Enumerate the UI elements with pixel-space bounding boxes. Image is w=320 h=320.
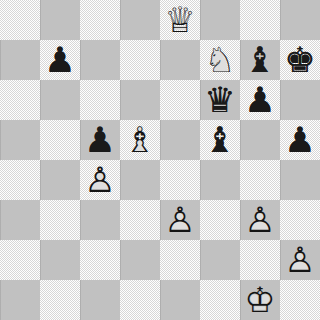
square-h5[interactable]: ♟♟ xyxy=(280,120,320,160)
square-a3[interactable] xyxy=(0,200,40,240)
black-bishop-outline: ♝ xyxy=(240,40,280,80)
square-b5[interactable] xyxy=(40,120,80,160)
chess-board: ♛♕♟♟♞♘♝♝♚♚♛♛♟♟♟♟♝♗♝♝♟♟♟♙♟♙♟♙♟♙♚♔ xyxy=(0,0,320,320)
white-king-outline: ♔ xyxy=(240,280,280,320)
square-f1[interactable] xyxy=(200,280,240,320)
square-a4[interactable] xyxy=(0,160,40,200)
white-pawn-outline: ♙ xyxy=(80,160,120,200)
square-e4[interactable] xyxy=(160,160,200,200)
square-b7[interactable]: ♟♟ xyxy=(40,40,80,80)
square-g6[interactable]: ♟♟ xyxy=(240,80,280,120)
square-e5[interactable] xyxy=(160,120,200,160)
square-a1[interactable] xyxy=(0,280,40,320)
square-e8[interactable]: ♛♕ xyxy=(160,0,200,40)
square-d4[interactable] xyxy=(120,160,160,200)
square-f8[interactable] xyxy=(200,0,240,40)
square-b4[interactable] xyxy=(40,160,80,200)
square-g2[interactable] xyxy=(240,240,280,280)
square-h2[interactable]: ♟♙ xyxy=(280,240,320,280)
white-pawn-outline: ♙ xyxy=(280,240,320,280)
square-h4[interactable] xyxy=(280,160,320,200)
square-c3[interactable] xyxy=(80,200,120,240)
square-b8[interactable] xyxy=(40,0,80,40)
white-queen-icon[interactable]: ♛♕ xyxy=(160,0,200,40)
white-queen-outline: ♕ xyxy=(160,0,200,40)
black-pawn-icon[interactable]: ♟♟ xyxy=(240,80,280,120)
square-c2[interactable] xyxy=(80,240,120,280)
square-f3[interactable] xyxy=(200,200,240,240)
square-b3[interactable] xyxy=(40,200,80,240)
square-a7[interactable] xyxy=(0,40,40,80)
square-g1[interactable]: ♚♔ xyxy=(240,280,280,320)
square-a6[interactable] xyxy=(0,80,40,120)
square-h7[interactable]: ♚♚ xyxy=(280,40,320,80)
black-bishop-icon[interactable]: ♝♝ xyxy=(240,40,280,80)
square-d2[interactable] xyxy=(120,240,160,280)
white-pawn-outline: ♙ xyxy=(240,200,280,240)
black-pawn-outline: ♟ xyxy=(40,40,80,80)
black-pawn-outline: ♟ xyxy=(240,80,280,120)
square-f5[interactable]: ♝♝ xyxy=(200,120,240,160)
square-d5[interactable]: ♝♗ xyxy=(120,120,160,160)
black-queen-icon[interactable]: ♛♛ xyxy=(200,80,240,120)
black-king-icon[interactable]: ♚♚ xyxy=(280,40,320,80)
square-d1[interactable] xyxy=(120,280,160,320)
white-bishop-icon[interactable]: ♝♗ xyxy=(120,120,160,160)
black-bishop-outline: ♝ xyxy=(200,120,240,160)
square-g3[interactable]: ♟♙ xyxy=(240,200,280,240)
square-a5[interactable] xyxy=(0,120,40,160)
white-bishop-outline: ♗ xyxy=(120,120,160,160)
square-e3[interactable]: ♟♙ xyxy=(160,200,200,240)
square-c7[interactable] xyxy=(80,40,120,80)
square-d7[interactable] xyxy=(120,40,160,80)
white-king-icon[interactable]: ♚♔ xyxy=(240,280,280,320)
square-b1[interactable] xyxy=(40,280,80,320)
square-d3[interactable] xyxy=(120,200,160,240)
black-king-outline: ♚ xyxy=(280,40,320,80)
white-pawn-icon[interactable]: ♟♙ xyxy=(240,200,280,240)
square-c1[interactable] xyxy=(80,280,120,320)
black-pawn-outline: ♟ xyxy=(80,120,120,160)
square-f4[interactable] xyxy=(200,160,240,200)
square-f6[interactable]: ♛♛ xyxy=(200,80,240,120)
square-c8[interactable] xyxy=(80,0,120,40)
square-h6[interactable] xyxy=(280,80,320,120)
square-c5[interactable]: ♟♟ xyxy=(80,120,120,160)
square-e7[interactable] xyxy=(160,40,200,80)
square-h1[interactable] xyxy=(280,280,320,320)
square-h8[interactable] xyxy=(280,0,320,40)
white-pawn-icon[interactable]: ♟♙ xyxy=(160,200,200,240)
square-e1[interactable] xyxy=(160,280,200,320)
white-pawn-outline: ♙ xyxy=(160,200,200,240)
square-g7[interactable]: ♝♝ xyxy=(240,40,280,80)
square-f7[interactable]: ♞♘ xyxy=(200,40,240,80)
square-d6[interactable] xyxy=(120,80,160,120)
square-g5[interactable] xyxy=(240,120,280,160)
square-b2[interactable] xyxy=(40,240,80,280)
square-h3[interactable] xyxy=(280,200,320,240)
white-pawn-icon[interactable]: ♟♙ xyxy=(280,240,320,280)
black-pawn-icon[interactable]: ♟♟ xyxy=(80,120,120,160)
square-c6[interactable] xyxy=(80,80,120,120)
square-g8[interactable] xyxy=(240,0,280,40)
white-pawn-icon[interactable]: ♟♙ xyxy=(80,160,120,200)
black-queen-outline: ♛ xyxy=(200,80,240,120)
white-knight-icon[interactable]: ♞♘ xyxy=(200,40,240,80)
black-pawn-icon[interactable]: ♟♟ xyxy=(280,120,320,160)
square-a2[interactable] xyxy=(0,240,40,280)
square-c4[interactable]: ♟♙ xyxy=(80,160,120,200)
square-a8[interactable] xyxy=(0,0,40,40)
square-g4[interactable] xyxy=(240,160,280,200)
black-pawn-outline: ♟ xyxy=(280,120,320,160)
square-e6[interactable] xyxy=(160,80,200,120)
square-e2[interactable] xyxy=(160,240,200,280)
square-b6[interactable] xyxy=(40,80,80,120)
square-f2[interactable] xyxy=(200,240,240,280)
square-d8[interactable] xyxy=(120,0,160,40)
white-knight-outline: ♘ xyxy=(200,40,240,80)
black-bishop-icon[interactable]: ♝♝ xyxy=(200,120,240,160)
black-pawn-icon[interactable]: ♟♟ xyxy=(40,40,80,80)
